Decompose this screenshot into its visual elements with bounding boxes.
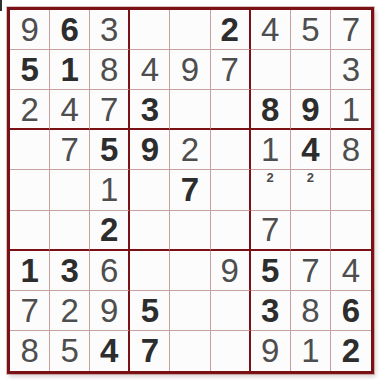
cell-r1c9[interactable]: 7 — [331, 10, 371, 50]
cell-r5c7[interactable]: 2 — [251, 170, 291, 210]
cell-r9c7[interactable]: 9 — [251, 331, 291, 371]
cell-r1c1[interactable]: 9 — [10, 10, 50, 50]
cell-r4c3[interactable]: 5 — [90, 130, 130, 170]
cell-r3c5[interactable] — [170, 90, 210, 130]
cell-r1c8[interactable]: 5 — [291, 10, 331, 50]
cell-r3c9[interactable]: 1 — [331, 90, 371, 130]
cell-r1c6[interactable]: 2 — [211, 10, 251, 50]
cell-r6c1[interactable] — [10, 211, 50, 251]
cell-r3c8[interactable]: 9 — [291, 90, 331, 130]
cropped-ui-artifact — [0, 0, 2, 11]
cell-r4c9[interactable]: 8 — [331, 130, 371, 170]
cell-r4c7[interactable]: 1 — [251, 130, 291, 170]
cell-r6c3[interactable]: 2 — [90, 211, 130, 251]
cell-r4c6[interactable] — [211, 130, 251, 170]
candidate-marks: 2 — [292, 171, 329, 208]
cell-r2c6[interactable]: 7 — [211, 50, 251, 90]
cell-r8c7[interactable]: 3 — [251, 291, 291, 331]
cell-r7c8[interactable]: 7 — [291, 251, 331, 291]
cell-r8c2[interactable]: 2 — [50, 291, 90, 331]
cell-r7c5[interactable] — [170, 251, 210, 291]
cell-r7c2[interactable]: 3 — [50, 251, 90, 291]
cell-r2c8[interactable] — [291, 50, 331, 90]
cell-r4c1[interactable] — [10, 130, 50, 170]
cell-r6c2[interactable] — [50, 211, 90, 251]
cell-r9c4[interactable]: 7 — [130, 331, 170, 371]
cell-r8c3[interactable]: 9 — [90, 291, 130, 331]
cell-r4c8[interactable]: 4 — [291, 130, 331, 170]
cell-r7c1[interactable]: 1 — [10, 251, 50, 291]
cell-r1c3[interactable]: 3 — [90, 10, 130, 50]
cell-r4c4[interactable]: 9 — [130, 130, 170, 170]
cell-r9c5[interactable] — [170, 331, 210, 371]
cell-r5c2[interactable] — [50, 170, 90, 210]
cell-r3c1[interactable]: 2 — [10, 90, 50, 130]
cell-r7c7[interactable]: 5 — [251, 251, 291, 291]
cell-r3c7[interactable]: 8 — [251, 90, 291, 130]
cell-r2c7[interactable] — [251, 50, 291, 90]
cell-r8c4[interactable]: 5 — [130, 291, 170, 331]
cell-r8c1[interactable]: 7 — [10, 291, 50, 331]
cell-r3c3[interactable]: 7 — [90, 90, 130, 130]
cell-r9c8[interactable]: 1 — [291, 331, 331, 371]
cell-r5c3[interactable]: 1 — [90, 170, 130, 210]
cell-r7c4[interactable] — [130, 251, 170, 291]
sudoku-board: 9632457518497324738917592148172227136957… — [7, 7, 374, 374]
cell-r7c6[interactable]: 9 — [211, 251, 251, 291]
cell-r3c6[interactable] — [211, 90, 251, 130]
cell-r2c2[interactable]: 1 — [50, 50, 90, 90]
cell-r8c9[interactable]: 6 — [331, 291, 371, 331]
cell-r3c4[interactable]: 3 — [130, 90, 170, 130]
cell-r9c2[interactable]: 5 — [50, 331, 90, 371]
cell-r5c9[interactable] — [331, 170, 371, 210]
cell-r6c9[interactable] — [331, 211, 371, 251]
cell-r8c5[interactable] — [170, 291, 210, 331]
cell-r5c4[interactable] — [130, 170, 170, 210]
cell-r5c6[interactable] — [211, 170, 251, 210]
cell-r2c1[interactable]: 5 — [10, 50, 50, 90]
cell-r8c6[interactable] — [211, 291, 251, 331]
cell-r4c5[interactable]: 2 — [170, 130, 210, 170]
cell-r5c1[interactable] — [10, 170, 50, 210]
cell-r1c2[interactable]: 6 — [50, 10, 90, 50]
cell-r9c3[interactable]: 4 — [90, 331, 130, 371]
cell-r6c6[interactable] — [211, 211, 251, 251]
cell-r6c5[interactable] — [170, 211, 210, 251]
cell-r9c9[interactable]: 2 — [331, 331, 371, 371]
cell-r3c2[interactable]: 4 — [50, 90, 90, 130]
cell-r7c9[interactable]: 4 — [331, 251, 371, 291]
cell-r2c9[interactable]: 3 — [331, 50, 371, 90]
cell-r8c8[interactable]: 8 — [291, 291, 331, 331]
cell-r2c3[interactable]: 8 — [90, 50, 130, 90]
cell-r5c8[interactable]: 2 — [291, 170, 331, 210]
cell-r6c7[interactable]: 7 — [251, 211, 291, 251]
candidate-marks: 2 — [252, 171, 289, 208]
cell-r1c7[interactable]: 4 — [251, 10, 291, 50]
cell-r9c6[interactable] — [211, 331, 251, 371]
cell-r7c3[interactable]: 6 — [90, 251, 130, 291]
cell-r2c4[interactable]: 4 — [130, 50, 170, 90]
cell-r1c4[interactable] — [130, 10, 170, 50]
cell-r4c2[interactable]: 7 — [50, 130, 90, 170]
cell-r9c1[interactable]: 8 — [10, 331, 50, 371]
cell-r2c5[interactable]: 9 — [170, 50, 210, 90]
cell-r5c5[interactable]: 7 — [170, 170, 210, 210]
cell-r6c8[interactable] — [291, 211, 331, 251]
cell-r1c5[interactable] — [170, 10, 210, 50]
cell-r6c4[interactable] — [130, 211, 170, 251]
